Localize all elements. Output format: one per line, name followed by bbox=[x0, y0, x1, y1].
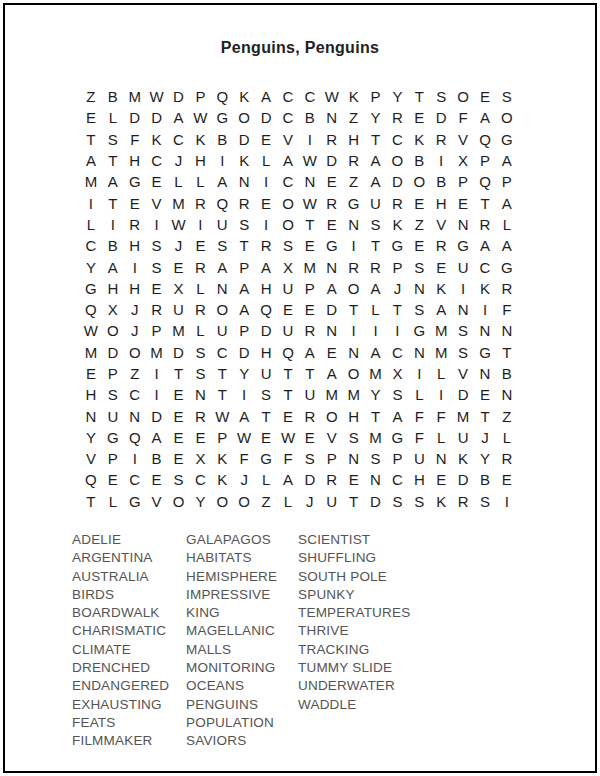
grid-cell[interactable]: T bbox=[299, 214, 321, 235]
grid-cell[interactable]: A bbox=[365, 171, 387, 192]
grid-cell[interactable]: T bbox=[277, 363, 299, 384]
grid-cell[interactable]: G bbox=[386, 427, 408, 448]
grid-cell[interactable]: N bbox=[233, 171, 255, 192]
grid-cell[interactable]: B bbox=[474, 469, 496, 490]
grid-cell[interactable]: Z bbox=[408, 214, 430, 235]
grid-cell[interactable]: R bbox=[496, 448, 518, 469]
grid-cell[interactable]: H bbox=[189, 150, 211, 171]
grid-cell[interactable]: I bbox=[343, 235, 365, 256]
grid-cell[interactable]: W bbox=[211, 405, 233, 426]
grid-cell[interactable]: A bbox=[386, 405, 408, 426]
grid-cell[interactable]: P bbox=[386, 256, 408, 277]
grid-cell[interactable]: A bbox=[365, 342, 387, 363]
grid-cell[interactable]: S bbox=[386, 491, 408, 512]
grid-cell[interactable]: D bbox=[365, 491, 387, 512]
grid-cell[interactable]: L bbox=[189, 320, 211, 341]
grid-cell[interactable]: H bbox=[408, 469, 430, 490]
grid-cell[interactable]: U bbox=[277, 278, 299, 299]
grid-cell[interactable]: T bbox=[365, 235, 387, 256]
grid-cell[interactable]: O bbox=[408, 171, 430, 192]
grid-cell[interactable]: T bbox=[408, 86, 430, 107]
grid-cell[interactable]: T bbox=[496, 342, 518, 363]
grid-cell[interactable]: H bbox=[343, 405, 365, 426]
grid-cell[interactable]: Q bbox=[211, 192, 233, 213]
grid-cell[interactable]: M bbox=[124, 86, 146, 107]
grid-cell[interactable]: P bbox=[211, 427, 233, 448]
grid-cell[interactable]: A bbox=[168, 107, 190, 128]
grid-cell[interactable]: W bbox=[299, 150, 321, 171]
grid-cell[interactable]: V bbox=[452, 129, 474, 150]
grid-cell[interactable]: D bbox=[233, 342, 255, 363]
grid-cell[interactable]: V bbox=[452, 363, 474, 384]
grid-cell[interactable]: Y bbox=[474, 448, 496, 469]
grid-cell[interactable]: G bbox=[102, 427, 124, 448]
grid-cell[interactable]: C bbox=[277, 86, 299, 107]
grid-cell[interactable]: A bbox=[211, 171, 233, 192]
grid-cell[interactable]: E bbox=[168, 448, 190, 469]
grid-cell[interactable]: Z bbox=[124, 363, 146, 384]
grid-cell[interactable]: G bbox=[408, 320, 430, 341]
grid-cell[interactable]: N bbox=[299, 171, 321, 192]
grid-cell[interactable]: K bbox=[233, 150, 255, 171]
grid-cell[interactable]: H bbox=[343, 129, 365, 150]
grid-cell[interactable]: N bbox=[496, 384, 518, 405]
grid-cell[interactable]: J bbox=[474, 427, 496, 448]
grid-cell[interactable]: N bbox=[80, 405, 102, 426]
grid-cell[interactable]: Z bbox=[496, 405, 518, 426]
grid-cell[interactable]: F bbox=[277, 448, 299, 469]
grid-cell[interactable]: E bbox=[146, 469, 168, 490]
grid-cell[interactable]: S bbox=[168, 469, 190, 490]
grid-cell[interactable]: F bbox=[408, 427, 430, 448]
grid-cell[interactable]: E bbox=[168, 384, 190, 405]
grid-cell[interactable]: E bbox=[343, 469, 365, 490]
grid-cell[interactable]: U bbox=[365, 192, 387, 213]
grid-cell[interactable]: I bbox=[80, 192, 102, 213]
grid-cell[interactable]: I bbox=[146, 214, 168, 235]
grid-cell[interactable]: A bbox=[146, 427, 168, 448]
grid-cell[interactable]: S bbox=[146, 256, 168, 277]
grid-cell[interactable]: R bbox=[321, 129, 343, 150]
grid-cell[interactable]: C bbox=[474, 256, 496, 277]
grid-cell[interactable]: M bbox=[321, 384, 343, 405]
grid-cell[interactable]: M bbox=[343, 384, 365, 405]
grid-cell[interactable]: O bbox=[343, 278, 365, 299]
grid-cell[interactable]: B bbox=[299, 107, 321, 128]
grid-cell[interactable]: G bbox=[124, 171, 146, 192]
grid-cell[interactable]: T bbox=[211, 384, 233, 405]
grid-cell[interactable]: O bbox=[211, 491, 233, 512]
grid-cell[interactable]: M bbox=[365, 427, 387, 448]
grid-cell[interactable]: T bbox=[277, 384, 299, 405]
grid-cell[interactable]: H bbox=[255, 342, 277, 363]
grid-cell[interactable]: U bbox=[299, 384, 321, 405]
grid-cell[interactable]: L bbox=[496, 427, 518, 448]
grid-cell[interactable]: D bbox=[452, 469, 474, 490]
grid-cell[interactable]: B bbox=[211, 129, 233, 150]
grid-cell[interactable]: A bbox=[277, 469, 299, 490]
grid-cell[interactable]: W bbox=[277, 427, 299, 448]
grid-cell[interactable]: I bbox=[408, 363, 430, 384]
grid-cell[interactable]: Y bbox=[365, 384, 387, 405]
grid-cell[interactable]: L bbox=[168, 171, 190, 192]
grid-cell[interactable]: G bbox=[386, 235, 408, 256]
grid-cell[interactable]: G bbox=[80, 278, 102, 299]
grid-cell[interactable]: J bbox=[386, 278, 408, 299]
grid-cell[interactable]: U bbox=[277, 320, 299, 341]
grid-cell[interactable]: K bbox=[474, 278, 496, 299]
grid-cell[interactable]: H bbox=[255, 278, 277, 299]
grid-cell[interactable]: C bbox=[124, 469, 146, 490]
grid-cell[interactable]: S bbox=[408, 256, 430, 277]
grid-cell[interactable]: N bbox=[321, 320, 343, 341]
grid-cell[interactable]: U bbox=[168, 299, 190, 320]
grid-cell[interactable]: W bbox=[80, 320, 102, 341]
grid-cell[interactable]: X bbox=[452, 150, 474, 171]
grid-cell[interactable]: L bbox=[496, 214, 518, 235]
grid-cell[interactable]: O bbox=[277, 192, 299, 213]
grid-cell[interactable]: S bbox=[452, 342, 474, 363]
grid-cell[interactable]: I bbox=[452, 278, 474, 299]
grid-cell[interactable]: E bbox=[474, 384, 496, 405]
grid-cell[interactable]: W bbox=[146, 86, 168, 107]
grid-cell[interactable]: G bbox=[343, 192, 365, 213]
grid-cell[interactable]: W bbox=[299, 192, 321, 213]
grid-cell[interactable]: E bbox=[496, 469, 518, 490]
grid-cell[interactable]: B bbox=[408, 150, 430, 171]
grid-cell[interactable]: T bbox=[80, 491, 102, 512]
grid-cell[interactable]: O bbox=[168, 491, 190, 512]
grid-cell[interactable]: S bbox=[102, 384, 124, 405]
grid-cell[interactable]: E bbox=[80, 107, 102, 128]
grid-cell[interactable]: E bbox=[255, 129, 277, 150]
grid-cell[interactable]: I bbox=[124, 448, 146, 469]
grid-cell[interactable]: F bbox=[233, 448, 255, 469]
grid-cell[interactable]: E bbox=[255, 427, 277, 448]
grid-cell[interactable]: R bbox=[233, 192, 255, 213]
grid-cell[interactable]: N bbox=[211, 278, 233, 299]
grid-cell[interactable]: D bbox=[233, 129, 255, 150]
grid-cell[interactable]: K bbox=[452, 448, 474, 469]
grid-cell[interactable]: L bbox=[80, 214, 102, 235]
grid-cell[interactable]: N bbox=[343, 214, 365, 235]
grid-cell[interactable]: C bbox=[124, 384, 146, 405]
grid-cell[interactable]: N bbox=[430, 448, 452, 469]
grid-cell[interactable]: J bbox=[168, 150, 190, 171]
grid-cell[interactable]: A bbox=[496, 192, 518, 213]
grid-cell[interactable]: I bbox=[146, 363, 168, 384]
grid-cell[interactable]: G bbox=[496, 129, 518, 150]
grid-cell[interactable]: Q bbox=[277, 342, 299, 363]
grid-cell[interactable]: E bbox=[255, 192, 277, 213]
grid-cell[interactable]: X bbox=[277, 256, 299, 277]
grid-cell[interactable]: K bbox=[211, 469, 233, 490]
grid-cell[interactable]: Q bbox=[80, 469, 102, 490]
grid-cell[interactable]: S bbox=[496, 86, 518, 107]
grid-cell[interactable]: Z bbox=[343, 107, 365, 128]
grid-cell[interactable]: I bbox=[474, 299, 496, 320]
grid-cell[interactable]: B bbox=[102, 235, 124, 256]
grid-cell[interactable]: S bbox=[408, 299, 430, 320]
grid-cell[interactable]: Z bbox=[80, 86, 102, 107]
grid-cell[interactable]: Y bbox=[365, 107, 387, 128]
grid-cell[interactable]: E bbox=[168, 256, 190, 277]
grid-cell[interactable]: A bbox=[277, 150, 299, 171]
grid-cell[interactable]: U bbox=[102, 405, 124, 426]
grid-cell[interactable]: L bbox=[189, 171, 211, 192]
grid-cell[interactable]: U bbox=[321, 491, 343, 512]
grid-cell[interactable]: C bbox=[189, 469, 211, 490]
grid-cell[interactable]: N bbox=[474, 320, 496, 341]
grid-cell[interactable]: R bbox=[452, 491, 474, 512]
grid-cell[interactable]: N bbox=[124, 405, 146, 426]
grid-cell[interactable]: E bbox=[299, 235, 321, 256]
grid-cell[interactable]: N bbox=[189, 384, 211, 405]
grid-cell[interactable]: B bbox=[430, 171, 452, 192]
grid-cell[interactable]: T bbox=[168, 363, 190, 384]
grid-cell[interactable]: T bbox=[102, 192, 124, 213]
grid-cell[interactable]: S bbox=[189, 363, 211, 384]
grid-cell[interactable]: G bbox=[474, 342, 496, 363]
grid-cell[interactable]: E bbox=[321, 171, 343, 192]
grid-cell[interactable]: J bbox=[124, 320, 146, 341]
grid-cell[interactable]: S bbox=[189, 342, 211, 363]
grid-cell[interactable]: O bbox=[233, 107, 255, 128]
grid-cell[interactable]: T bbox=[299, 363, 321, 384]
grid-cell[interactable]: C bbox=[168, 129, 190, 150]
grid-cell[interactable]: P bbox=[474, 150, 496, 171]
grid-cell[interactable]: C bbox=[277, 171, 299, 192]
grid-cell[interactable]: X bbox=[102, 299, 124, 320]
grid-cell[interactable]: A bbox=[233, 299, 255, 320]
grid-cell[interactable]: A bbox=[474, 107, 496, 128]
grid-cell[interactable]: T bbox=[343, 491, 365, 512]
grid-cell[interactable]: E bbox=[299, 427, 321, 448]
grid-cell[interactable]: I bbox=[386, 320, 408, 341]
grid-cell[interactable]: R bbox=[496, 278, 518, 299]
grid-cell[interactable]: N bbox=[321, 256, 343, 277]
grid-cell[interactable]: W bbox=[168, 214, 190, 235]
grid-cell[interactable]: Z bbox=[255, 491, 277, 512]
grid-cell[interactable]: D bbox=[146, 405, 168, 426]
grid-cell[interactable]: S bbox=[102, 129, 124, 150]
grid-cell[interactable]: A bbox=[365, 150, 387, 171]
grid-cell[interactable]: E bbox=[408, 107, 430, 128]
grid-cell[interactable]: H bbox=[102, 278, 124, 299]
grid-cell[interactable]: E bbox=[299, 299, 321, 320]
grid-cell[interactable]: E bbox=[189, 427, 211, 448]
grid-cell[interactable]: K bbox=[189, 129, 211, 150]
grid-cell[interactable]: M bbox=[452, 405, 474, 426]
grid-cell[interactable]: A bbox=[211, 256, 233, 277]
grid-cell[interactable]: V bbox=[146, 192, 168, 213]
grid-cell[interactable]: S bbox=[255, 384, 277, 405]
grid-cell[interactable]: V bbox=[146, 491, 168, 512]
grid-cell[interactable]: U bbox=[211, 214, 233, 235]
grid-cell[interactable]: C bbox=[386, 129, 408, 150]
grid-cell[interactable]: D bbox=[255, 107, 277, 128]
grid-cell[interactable]: C bbox=[277, 107, 299, 128]
grid-cell[interactable]: A bbox=[233, 405, 255, 426]
grid-cell[interactable]: P bbox=[452, 171, 474, 192]
grid-cell[interactable]: L bbox=[430, 363, 452, 384]
grid-cell[interactable]: E bbox=[80, 363, 102, 384]
grid-cell[interactable]: W bbox=[321, 86, 343, 107]
grid-cell[interactable]: R bbox=[321, 192, 343, 213]
grid-cell[interactable]: M bbox=[168, 192, 190, 213]
grid-cell[interactable]: K bbox=[146, 129, 168, 150]
grid-cell[interactable]: V bbox=[277, 129, 299, 150]
grid-cell[interactable]: R bbox=[321, 469, 343, 490]
grid-cell[interactable]: E bbox=[408, 235, 430, 256]
grid-cell[interactable]: E bbox=[430, 469, 452, 490]
grid-cell[interactable]: R bbox=[189, 256, 211, 277]
grid-cell[interactable]: P bbox=[233, 256, 255, 277]
grid-cell[interactable]: T bbox=[386, 299, 408, 320]
grid-cell[interactable]: H bbox=[80, 384, 102, 405]
grid-cell[interactable]: T bbox=[255, 405, 277, 426]
grid-cell[interactable]: R bbox=[299, 320, 321, 341]
grid-cell[interactable]: E bbox=[408, 192, 430, 213]
grid-cell[interactable]: E bbox=[168, 427, 190, 448]
grid-cell[interactable]: I bbox=[146, 384, 168, 405]
grid-cell[interactable]: I bbox=[496, 491, 518, 512]
grid-cell[interactable]: S bbox=[452, 320, 474, 341]
grid-cell[interactable]: F bbox=[496, 299, 518, 320]
grid-cell[interactable]: C bbox=[80, 235, 102, 256]
grid-cell[interactable]: E bbox=[321, 214, 343, 235]
grid-cell[interactable]: N bbox=[365, 469, 387, 490]
grid-cell[interactable]: E bbox=[277, 299, 299, 320]
grid-cell[interactable]: G bbox=[124, 491, 146, 512]
grid-cell[interactable]: D bbox=[452, 384, 474, 405]
grid-cell[interactable]: F bbox=[452, 107, 474, 128]
grid-cell[interactable]: E bbox=[430, 256, 452, 277]
grid-cell[interactable]: R bbox=[189, 192, 211, 213]
grid-cell[interactable]: L bbox=[408, 384, 430, 405]
grid-cell[interactable]: I bbox=[430, 150, 452, 171]
grid-cell[interactable]: S bbox=[386, 384, 408, 405]
grid-cell[interactable]: T bbox=[365, 129, 387, 150]
grid-cell[interactable]: D bbox=[386, 171, 408, 192]
grid-cell[interactable]: N bbox=[343, 448, 365, 469]
grid-cell[interactable]: T bbox=[102, 150, 124, 171]
grid-cell[interactable]: A bbox=[365, 278, 387, 299]
grid-cell[interactable]: J bbox=[124, 299, 146, 320]
grid-cell[interactable]: M bbox=[168, 320, 190, 341]
grid-cell[interactable]: K bbox=[408, 129, 430, 150]
grid-cell[interactable]: T bbox=[80, 129, 102, 150]
grid-cell[interactable]: D bbox=[255, 320, 277, 341]
grid-cell[interactable]: P bbox=[233, 320, 255, 341]
grid-cell[interactable]: Q bbox=[211, 86, 233, 107]
grid-cell[interactable]: B bbox=[496, 363, 518, 384]
grid-cell[interactable]: Y bbox=[80, 256, 102, 277]
grid-cell[interactable]: T bbox=[474, 192, 496, 213]
grid-cell[interactable]: C bbox=[146, 150, 168, 171]
grid-cell[interactable]: P bbox=[102, 363, 124, 384]
grid-cell[interactable]: R bbox=[255, 235, 277, 256]
grid-cell[interactable]: W bbox=[189, 107, 211, 128]
grid-cell[interactable]: A bbox=[80, 150, 102, 171]
grid-cell[interactable]: M bbox=[299, 256, 321, 277]
grid-cell[interactable]: J bbox=[233, 469, 255, 490]
grid-cell[interactable]: Q bbox=[474, 129, 496, 150]
grid-cell[interactable]: O bbox=[452, 86, 474, 107]
grid-cell[interactable]: I bbox=[343, 320, 365, 341]
grid-cell[interactable]: A bbox=[299, 342, 321, 363]
grid-cell[interactable]: L bbox=[189, 278, 211, 299]
grid-cell[interactable]: O bbox=[277, 214, 299, 235]
grid-cell[interactable]: L bbox=[255, 469, 277, 490]
grid-cell[interactable]: O bbox=[233, 491, 255, 512]
grid-cell[interactable]: E bbox=[321, 342, 343, 363]
grid-cell[interactable]: F bbox=[124, 129, 146, 150]
grid-cell[interactable]: M bbox=[430, 320, 452, 341]
grid-cell[interactable]: R bbox=[430, 235, 452, 256]
grid-cell[interactable]: S bbox=[277, 235, 299, 256]
grid-cell[interactable]: M bbox=[146, 342, 168, 363]
grid-cell[interactable]: U bbox=[452, 427, 474, 448]
grid-cell[interactable]: W bbox=[233, 427, 255, 448]
grid-cell[interactable]: N bbox=[452, 299, 474, 320]
grid-cell[interactable]: M bbox=[80, 171, 102, 192]
grid-cell[interactable]: R bbox=[365, 256, 387, 277]
grid-cell[interactable]: S bbox=[474, 491, 496, 512]
grid-cell[interactable]: Q bbox=[80, 299, 102, 320]
grid-cell[interactable]: I bbox=[124, 256, 146, 277]
grid-cell[interactable]: I bbox=[255, 171, 277, 192]
grid-cell[interactable]: I bbox=[102, 214, 124, 235]
grid-cell[interactable]: L bbox=[255, 150, 277, 171]
grid-cell[interactable]: I bbox=[233, 384, 255, 405]
grid-cell[interactable]: R bbox=[189, 299, 211, 320]
grid-cell[interactable]: S bbox=[233, 214, 255, 235]
grid-cell[interactable]: O bbox=[496, 107, 518, 128]
grid-cell[interactable]: J bbox=[168, 235, 190, 256]
grid-cell[interactable]: L bbox=[365, 299, 387, 320]
grid-cell[interactable]: A bbox=[496, 150, 518, 171]
grid-cell[interactable]: N bbox=[408, 278, 430, 299]
grid-cell[interactable]: S bbox=[299, 448, 321, 469]
grid-cell[interactable]: S bbox=[365, 214, 387, 235]
grid-cell[interactable]: O bbox=[124, 342, 146, 363]
grid-cell[interactable]: T bbox=[365, 405, 387, 426]
grid-cell[interactable]: T bbox=[474, 405, 496, 426]
grid-cell[interactable]: N bbox=[474, 363, 496, 384]
grid-cell[interactable]: Y bbox=[189, 491, 211, 512]
grid-cell[interactable]: S bbox=[146, 235, 168, 256]
grid-cell[interactable]: R bbox=[146, 299, 168, 320]
grid-cell[interactable]: A bbox=[321, 363, 343, 384]
grid-cell[interactable]: E bbox=[146, 171, 168, 192]
grid-cell[interactable]: T bbox=[233, 235, 255, 256]
grid-cell[interactable]: K bbox=[430, 278, 452, 299]
grid-cell[interactable]: R bbox=[430, 129, 452, 150]
grid-cell[interactable]: G bbox=[452, 235, 474, 256]
grid-cell[interactable]: S bbox=[408, 491, 430, 512]
grid-cell[interactable]: E bbox=[452, 192, 474, 213]
grid-cell[interactable]: P bbox=[321, 448, 343, 469]
grid-cell[interactable]: P bbox=[386, 448, 408, 469]
grid-cell[interactable]: I bbox=[365, 320, 387, 341]
grid-cell[interactable]: Y bbox=[386, 86, 408, 107]
grid-cell[interactable]: H bbox=[124, 150, 146, 171]
grid-cell[interactable]: B bbox=[102, 86, 124, 107]
grid-cell[interactable]: D bbox=[102, 342, 124, 363]
grid-cell[interactable]: R bbox=[343, 256, 365, 277]
grid-cell[interactable]: A bbox=[255, 86, 277, 107]
